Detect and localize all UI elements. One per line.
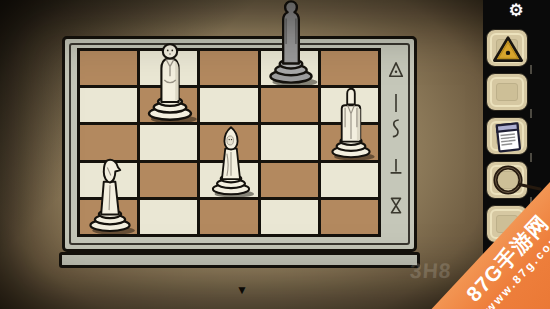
- hourglass-symbol: [387, 194, 405, 218]
- square-r5c5[interactable]: [321, 200, 378, 234]
- square-r3c2[interactable]: [140, 125, 197, 159]
- inventory-slot-1-triangle-eye-amulet[interactable]: [486, 29, 528, 67]
- slot-divider-tick: [530, 65, 532, 74]
- ghost-watermark-text: 3H8: [409, 259, 452, 283]
- game-scene: ▼ ⚙ 3H8 87G手游网 www.87g.com: [0, 0, 550, 309]
- piece-hooded-white-r4c3[interactable]: [201, 124, 261, 198]
- triangle-eye-amulet-item-icon[interactable]: [491, 34, 525, 65]
- lens-ring-item-icon[interactable]: [488, 161, 544, 201]
- inventory-slot-3-note-pad[interactable]: [486, 117, 528, 155]
- inventory-slot-2-empty[interactable]: [486, 73, 528, 111]
- piece-statue-dark-r1c4[interactable]: [261, 0, 321, 87]
- square-r2c1[interactable]: [80, 88, 137, 122]
- inventory-slot-4-lens-ring[interactable]: [486, 161, 528, 199]
- square-r1c1[interactable]: [80, 51, 137, 85]
- square-r5c4[interactable]: [261, 200, 318, 234]
- vertical-line-symbol: [387, 91, 405, 115]
- square-r3c4[interactable]: [261, 125, 318, 159]
- slot-divider-tick: [530, 109, 532, 118]
- square-r2c3[interactable]: [200, 88, 257, 122]
- square-r5c2[interactable]: [140, 200, 197, 234]
- square-r5c3[interactable]: [200, 200, 257, 234]
- note-pad-item-icon[interactable]: [490, 119, 526, 155]
- square-r2c4[interactable]: [261, 88, 318, 122]
- board-shelf-ledge: [59, 252, 420, 268]
- square-r1c5[interactable]: [321, 51, 378, 85]
- piece-praying-white-r2c2[interactable]: [140, 38, 200, 124]
- square-r4c2[interactable]: [140, 163, 197, 197]
- square-r4c4[interactable]: [261, 163, 318, 197]
- square-r1c3[interactable]: [200, 51, 257, 85]
- dotted-triangle-symbol: [387, 58, 405, 82]
- perpendicular-symbol: [387, 155, 405, 179]
- piece-suit-white-r3c5[interactable]: [321, 85, 381, 161]
- piece-beaked-white-r5c1[interactable]: [80, 155, 140, 235]
- navigate-down-arrow-icon[interactable]: ▼: [234, 283, 250, 297]
- s-curve-symbol: [387, 117, 405, 141]
- square-r4c5[interactable]: [321, 163, 378, 197]
- settings-gear-icon[interactable]: ⚙: [505, 0, 527, 22]
